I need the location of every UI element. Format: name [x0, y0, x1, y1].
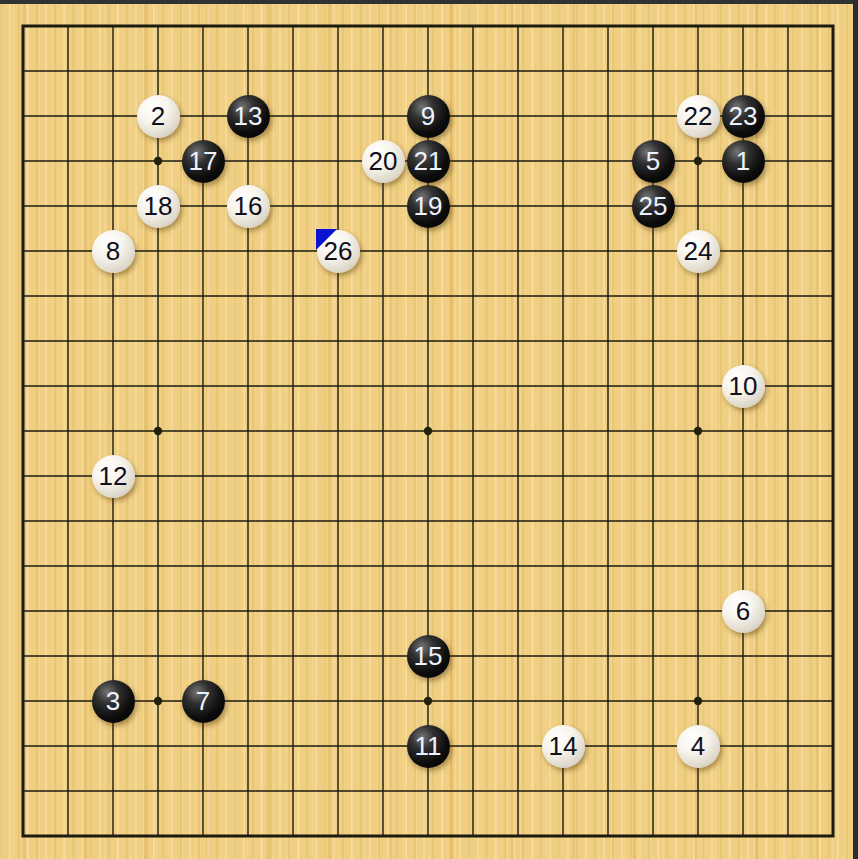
intersection-C14[interactable]: 8 [91, 229, 136, 274]
stone-21-black: 21 [407, 140, 450, 183]
intersection-K16[interactable]: 21 [406, 139, 451, 184]
stone-10-white: 10 [722, 365, 765, 408]
intersection-K3[interactable]: 11 [406, 724, 451, 769]
intersection-D17[interactable]: 2 [136, 94, 181, 139]
stone-15-black: 15 [407, 635, 450, 678]
stone-22-white: 22 [677, 95, 720, 138]
stone-20-white: 20 [362, 140, 405, 183]
stone-8-white: 8 [92, 230, 135, 273]
intersection-C9[interactable]: 12 [91, 454, 136, 499]
stone-25-black: 25 [632, 185, 675, 228]
intersection-P15[interactable]: 25 [631, 184, 676, 229]
stone-13-black: 13 [227, 95, 270, 138]
stone-6-white: 6 [722, 590, 765, 633]
intersection-Q14[interactable]: 24 [676, 229, 721, 274]
intersection-R11[interactable]: 10 [721, 364, 766, 409]
stone-2-white: 2 [137, 95, 180, 138]
stone-18-white: 18 [137, 185, 180, 228]
intersection-N3[interactable]: 14 [541, 724, 586, 769]
go-board[interactable]: 1234567891011121314151617181920212223242… [0, 0, 858, 859]
stone-11-black: 11 [407, 725, 450, 768]
intersection-F15[interactable]: 16 [226, 184, 271, 229]
stone-19-black: 19 [407, 185, 450, 228]
stone-4-white: 4 [677, 725, 720, 768]
stone-3-black: 3 [92, 680, 135, 723]
intersection-H14[interactable]: 26 [316, 229, 361, 274]
stone-1-black: 1 [722, 140, 765, 183]
intersection-D15[interactable]: 18 [136, 184, 181, 229]
stones-layer: 1234567891011121314151617181920212223242… [1, 4, 856, 859]
intersection-K17[interactable]: 9 [406, 94, 451, 139]
window-edge-right [853, 0, 858, 859]
intersection-P16[interactable]: 5 [631, 139, 676, 184]
stone-12-white: 12 [92, 455, 135, 498]
stone-5-black: 5 [632, 140, 675, 183]
stone-14-white: 14 [542, 725, 585, 768]
stone-9-black: 9 [407, 95, 450, 138]
intersection-R17[interactable]: 23 [721, 94, 766, 139]
intersection-Q17[interactable]: 22 [676, 94, 721, 139]
intersection-K5[interactable]: 15 [406, 634, 451, 679]
intersection-K15[interactable]: 19 [406, 184, 451, 229]
intersection-F17[interactable]: 13 [226, 94, 271, 139]
intersection-Q3[interactable]: 4 [676, 724, 721, 769]
stone-17-black: 17 [182, 140, 225, 183]
intersection-E4[interactable]: 7 [181, 679, 226, 724]
intersection-R16[interactable]: 1 [721, 139, 766, 184]
intersection-J16[interactable]: 20 [361, 139, 406, 184]
stone-16-white: 16 [227, 185, 270, 228]
intersection-C4[interactable]: 3 [91, 679, 136, 724]
stone-7-black: 7 [182, 680, 225, 723]
stone-24-white: 24 [677, 230, 720, 273]
intersection-R6[interactable]: 6 [721, 589, 766, 634]
window-edge-top [0, 0, 858, 4]
stone-23-black: 23 [722, 95, 765, 138]
intersection-E16[interactable]: 17 [181, 139, 226, 184]
